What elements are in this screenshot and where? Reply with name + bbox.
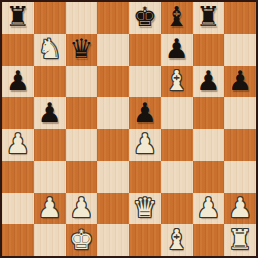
square-b8[interactable]	[34, 2, 66, 34]
square-b4[interactable]	[34, 129, 66, 161]
piece-black-pawn[interactable]: ♟	[196, 67, 220, 94]
square-g4[interactable]	[193, 129, 225, 161]
piece-white-pawn[interactable]: ♟	[196, 194, 220, 221]
square-f4[interactable]	[161, 129, 193, 161]
piece-white-queen[interactable]: ♛	[133, 194, 157, 221]
piece-black-pawn[interactable]: ♟	[133, 99, 157, 126]
square-f5[interactable]	[161, 97, 193, 129]
square-a6[interactable]: ♟	[2, 66, 34, 98]
square-c2[interactable]: ♟	[66, 193, 98, 225]
square-f6[interactable]: ♝	[161, 66, 193, 98]
piece-black-queen[interactable]: ♛	[69, 35, 93, 62]
piece-black-pawn[interactable]: ♟	[228, 67, 252, 94]
square-c6[interactable]	[66, 66, 98, 98]
piece-black-pawn[interactable]: ♟	[6, 67, 30, 94]
piece-black-rook[interactable]: ♜	[196, 3, 220, 30]
square-c1[interactable]: ♚	[66, 224, 98, 256]
square-e6[interactable]	[129, 66, 161, 98]
piece-black-king[interactable]: ♚	[133, 3, 157, 30]
square-e3[interactable]	[129, 161, 161, 193]
square-d4[interactable]	[97, 129, 129, 161]
square-a1[interactable]	[2, 224, 34, 256]
square-h7[interactable]	[224, 34, 256, 66]
square-a7[interactable]	[2, 34, 34, 66]
square-g5[interactable]	[193, 97, 225, 129]
square-d7[interactable]	[97, 34, 129, 66]
square-h6[interactable]: ♟	[224, 66, 256, 98]
square-b3[interactable]	[34, 161, 66, 193]
square-c4[interactable]	[66, 129, 98, 161]
piece-white-pawn[interactable]: ♟	[69, 194, 93, 221]
square-b6[interactable]	[34, 66, 66, 98]
square-d5[interactable]	[97, 97, 129, 129]
square-d3[interactable]	[97, 161, 129, 193]
square-d8[interactable]	[97, 2, 129, 34]
square-h4[interactable]	[224, 129, 256, 161]
square-a8[interactable]: ♜	[2, 2, 34, 34]
square-d2[interactable]	[97, 193, 129, 225]
piece-black-pawn[interactable]: ♟	[165, 35, 189, 62]
square-e2[interactable]: ♛	[129, 193, 161, 225]
square-h3[interactable]	[224, 161, 256, 193]
piece-black-bishop[interactable]: ♝	[165, 3, 189, 30]
square-g6[interactable]: ♟	[193, 66, 225, 98]
square-b2[interactable]: ♟	[34, 193, 66, 225]
square-f3[interactable]	[161, 161, 193, 193]
piece-white-pawn[interactable]: ♟	[228, 194, 252, 221]
square-b1[interactable]	[34, 224, 66, 256]
square-e4[interactable]: ♟	[129, 129, 161, 161]
square-b7[interactable]: ♞	[34, 34, 66, 66]
square-d1[interactable]	[97, 224, 129, 256]
square-f2[interactable]	[161, 193, 193, 225]
square-f1[interactable]: ♝	[161, 224, 193, 256]
square-a5[interactable]	[2, 97, 34, 129]
square-f8[interactable]: ♝	[161, 2, 193, 34]
square-c7[interactable]: ♛	[66, 34, 98, 66]
square-h2[interactable]: ♟	[224, 193, 256, 225]
piece-black-rook[interactable]: ♜	[6, 3, 30, 30]
board-frame: ♜♚♝♜♞♛♟♟♝♟♟♟♟♟♟♟♟♛♟♟♚♝♜	[0, 0, 258, 258]
piece-white-bishop[interactable]: ♝	[165, 226, 189, 253]
piece-white-pawn[interactable]: ♟	[38, 194, 62, 221]
square-a4[interactable]: ♟	[2, 129, 34, 161]
square-g1[interactable]	[193, 224, 225, 256]
piece-white-pawn[interactable]: ♟	[133, 130, 157, 157]
piece-white-king[interactable]: ♚	[69, 226, 93, 253]
piece-black-pawn[interactable]: ♟	[38, 99, 62, 126]
square-a2[interactable]	[2, 193, 34, 225]
square-b5[interactable]: ♟	[34, 97, 66, 129]
square-h1[interactable]: ♜	[224, 224, 256, 256]
square-e5[interactable]: ♟	[129, 97, 161, 129]
square-e8[interactable]: ♚	[129, 2, 161, 34]
piece-white-rook[interactable]: ♜	[228, 226, 252, 253]
square-c3[interactable]	[66, 161, 98, 193]
square-e7[interactable]	[129, 34, 161, 66]
chess-board: ♜♚♝♜♞♛♟♟♝♟♟♟♟♟♟♟♟♛♟♟♚♝♜	[2, 2, 256, 256]
piece-white-knight[interactable]: ♞	[38, 35, 62, 62]
square-g8[interactable]: ♜	[193, 2, 225, 34]
square-g7[interactable]	[193, 34, 225, 66]
square-g2[interactable]: ♟	[193, 193, 225, 225]
piece-white-pawn[interactable]: ♟	[6, 130, 30, 157]
square-e1[interactable]	[129, 224, 161, 256]
piece-white-bishop[interactable]: ♝	[165, 67, 189, 94]
square-c5[interactable]	[66, 97, 98, 129]
square-a3[interactable]	[2, 161, 34, 193]
square-h5[interactable]	[224, 97, 256, 129]
square-d6[interactable]	[97, 66, 129, 98]
square-h8[interactable]	[224, 2, 256, 34]
square-f7[interactable]: ♟	[161, 34, 193, 66]
square-c8[interactable]	[66, 2, 98, 34]
square-g3[interactable]	[193, 161, 225, 193]
